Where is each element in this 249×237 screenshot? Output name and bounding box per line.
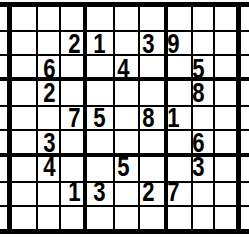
cell-r6c1[interactable]: [12, 130, 37, 155]
digit: 8: [143, 106, 155, 130]
cell-grid: 2139645287581364531327: [12, 7, 236, 229]
cell-r7c5[interactable]: 5: [112, 155, 137, 180]
digit: 3: [93, 180, 105, 204]
cell-r5c4[interactable]: 5: [87, 106, 112, 131]
cell-r9c6[interactable]: [136, 204, 161, 229]
digit: 4: [43, 155, 55, 179]
cell-r1c1[interactable]: [12, 7, 37, 32]
cell-r4c8[interactable]: 8: [186, 81, 211, 106]
digit: 3: [143, 32, 155, 56]
cell-r2c6[interactable]: 3: [136, 32, 161, 57]
cell-r3c3[interactable]: [62, 56, 87, 81]
cell-r4c4[interactable]: [87, 81, 112, 106]
digit: 3: [43, 131, 55, 155]
cell-r5c6[interactable]: 8: [136, 106, 161, 131]
cell-r7c4[interactable]: [87, 155, 112, 180]
cell-r3c5[interactable]: 4: [112, 56, 137, 81]
cell-r9c4[interactable]: [87, 204, 112, 229]
cell-r3c4[interactable]: [87, 56, 112, 81]
cell-r1c8[interactable]: [186, 7, 211, 32]
cell-r8c3[interactable]: 1: [62, 180, 87, 205]
cell-r5c2[interactable]: [37, 106, 62, 131]
digit: 3: [192, 155, 204, 179]
cell-r4c6[interactable]: [136, 81, 161, 106]
cell-r4c2[interactable]: 2: [37, 81, 62, 106]
cell-r1c2[interactable]: [37, 7, 62, 32]
cell-r3c6[interactable]: [136, 56, 161, 81]
digit: 4: [118, 57, 130, 81]
cell-r2c2[interactable]: [37, 32, 62, 57]
cell-r8c5[interactable]: [112, 180, 137, 205]
cell-r4c5[interactable]: [112, 81, 137, 106]
cell-r9c8[interactable]: [186, 204, 211, 229]
cell-r6c4[interactable]: [87, 130, 112, 155]
cell-r3c9[interactable]: [211, 56, 236, 81]
cell-r6c5[interactable]: [112, 130, 137, 155]
cell-r1c4[interactable]: [87, 7, 112, 32]
cell-r5c5[interactable]: [112, 106, 137, 131]
cell-r1c3[interactable]: [62, 7, 87, 32]
digit: 8: [192, 81, 204, 105]
cell-r7c7[interactable]: [161, 155, 186, 180]
cell-r4c7[interactable]: [161, 81, 186, 106]
digit: 6: [43, 57, 55, 81]
cell-r8c9[interactable]: [211, 180, 236, 205]
digit: 2: [43, 81, 55, 105]
digit: 2: [143, 180, 155, 204]
cell-r3c1[interactable]: [12, 56, 37, 81]
cell-r9c3[interactable]: [62, 204, 87, 229]
cell-r6c8[interactable]: 6: [186, 130, 211, 155]
cell-r9c1[interactable]: [12, 204, 37, 229]
cell-r6c2[interactable]: 3: [37, 130, 62, 155]
cell-r6c7[interactable]: [161, 130, 186, 155]
cell-r5c3[interactable]: 7: [62, 106, 87, 131]
cell-r9c9[interactable]: [211, 204, 236, 229]
cell-r8c1[interactable]: [12, 180, 37, 205]
digit: 2: [68, 32, 80, 56]
cell-r7c3[interactable]: [62, 155, 87, 180]
grid-vline: [236, 2, 241, 234]
cell-r2c3[interactable]: 2: [62, 32, 87, 57]
cell-r2c7[interactable]: 9: [161, 32, 186, 57]
cell-r2c5[interactable]: [112, 32, 137, 57]
cell-r8c4[interactable]: 3: [87, 180, 112, 205]
cell-r7c8[interactable]: 3: [186, 155, 211, 180]
digit: 1: [168, 106, 180, 130]
digit: 7: [68, 106, 80, 130]
cell-r6c6[interactable]: [136, 130, 161, 155]
cell-r7c6[interactable]: [136, 155, 161, 180]
cell-r2c8[interactable]: [186, 32, 211, 57]
cell-r2c4[interactable]: 1: [87, 32, 112, 57]
cell-r9c5[interactable]: [112, 204, 137, 229]
digit: 5: [118, 155, 130, 179]
cell-r2c9[interactable]: [211, 32, 236, 57]
cell-r3c2[interactable]: 6: [37, 56, 62, 81]
cell-r1c9[interactable]: [211, 7, 236, 32]
cell-r5c8[interactable]: [186, 106, 211, 131]
cell-r3c8[interactable]: 5: [186, 56, 211, 81]
digit: 1: [93, 32, 105, 56]
cell-r5c9[interactable]: [211, 106, 236, 131]
cell-r7c9[interactable]: [211, 155, 236, 180]
cell-r7c2[interactable]: 4: [37, 155, 62, 180]
cell-r4c1[interactable]: [12, 81, 37, 106]
cell-r1c5[interactable]: [112, 7, 137, 32]
digit: 7: [168, 180, 180, 204]
cell-r1c7[interactable]: [161, 7, 186, 32]
cell-r4c9[interactable]: [211, 81, 236, 106]
cell-r4c3[interactable]: [62, 81, 87, 106]
digit: 5: [192, 57, 204, 81]
cell-r8c2[interactable]: [37, 180, 62, 205]
cell-r2c1[interactable]: [12, 32, 37, 57]
cell-r9c2[interactable]: [37, 204, 62, 229]
digit: 1: [68, 180, 80, 204]
cell-r6c9[interactable]: [211, 130, 236, 155]
digit: 6: [192, 131, 204, 155]
cell-r8c8[interactable]: [186, 180, 211, 205]
cell-r7c1[interactable]: [12, 155, 37, 180]
cell-r5c7[interactable]: 1: [161, 106, 186, 131]
digit: 9: [168, 32, 180, 56]
cell-r8c7[interactable]: 7: [161, 180, 186, 205]
cell-r6c3[interactable]: [62, 130, 87, 155]
sudoku-board: 2139645287581364531327: [0, 0, 249, 237]
cell-r5c1[interactable]: [12, 106, 37, 131]
cell-r8c6[interactable]: 2: [136, 180, 161, 205]
digit: 5: [93, 106, 105, 130]
cell-r9c7[interactable]: [161, 204, 186, 229]
cell-r1c6[interactable]: [136, 7, 161, 32]
cell-r3c7[interactable]: [161, 56, 186, 81]
